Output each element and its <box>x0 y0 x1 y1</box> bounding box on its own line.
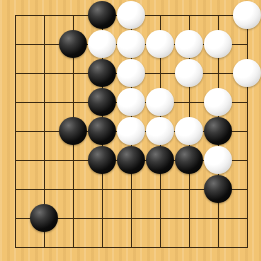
white-stone[interactable] <box>117 88 145 116</box>
white-stone[interactable] <box>233 59 261 87</box>
black-stone[interactable] <box>88 146 116 174</box>
black-stone[interactable] <box>146 146 174 174</box>
white-stone[interactable] <box>88 30 116 58</box>
white-stone[interactable] <box>117 30 145 58</box>
black-stone[interactable] <box>175 146 203 174</box>
white-stone[interactable] <box>117 1 145 29</box>
white-stone[interactable] <box>117 59 145 87</box>
white-stone[interactable] <box>233 1 261 29</box>
black-stone[interactable] <box>117 146 145 174</box>
black-stone[interactable] <box>59 117 87 145</box>
black-stone[interactable] <box>204 117 232 145</box>
white-stone[interactable] <box>175 59 203 87</box>
white-stone[interactable] <box>175 30 203 58</box>
white-stone[interactable] <box>204 88 232 116</box>
white-stone[interactable] <box>204 30 232 58</box>
white-stone[interactable] <box>204 146 232 174</box>
black-stone[interactable] <box>59 30 87 58</box>
white-stone[interactable] <box>146 88 174 116</box>
black-stone[interactable] <box>88 117 116 145</box>
black-stone[interactable] <box>88 59 116 87</box>
white-stone[interactable] <box>146 30 174 58</box>
white-stone[interactable] <box>117 117 145 145</box>
black-stone[interactable] <box>204 175 232 203</box>
black-stone[interactable] <box>88 1 116 29</box>
black-stone[interactable] <box>88 88 116 116</box>
white-stone[interactable] <box>175 117 203 145</box>
white-stone[interactable] <box>146 117 174 145</box>
black-stone[interactable] <box>30 204 58 232</box>
go-board[interactable] <box>0 0 261 261</box>
